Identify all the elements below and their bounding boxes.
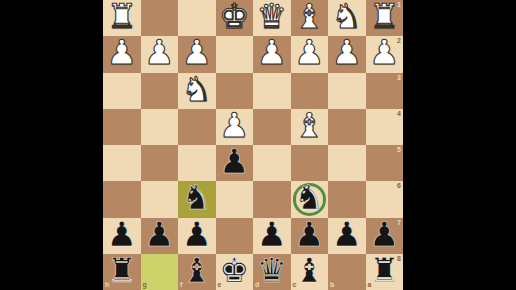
square-d5[interactable]: [253, 145, 291, 181]
square-b2[interactable]: ♟: [328, 36, 366, 72]
square-e2[interactable]: [216, 36, 254, 72]
piece-white-pawn-d2[interactable]: ♟: [257, 36, 287, 69]
square-f6[interactable]: ♞: [178, 181, 216, 217]
square-e8[interactable]: ♚e: [216, 254, 254, 290]
square-h3[interactable]: [103, 73, 141, 109]
letterbox-right: [403, 0, 516, 290]
piece-black-pawn-d7[interactable]: ♟: [257, 218, 287, 251]
file-label-f: f: [180, 281, 182, 289]
square-g2[interactable]: ♟: [141, 36, 179, 72]
square-f4[interactable]: [178, 109, 216, 145]
square-h2[interactable]: ♟: [103, 36, 141, 72]
piece-black-bishop-f8[interactable]: ♝: [182, 254, 212, 287]
chess-board: ♜♚♛♝♞♜1♟♟♟♟♟♟♟2♞3♟♝4♟5♞♞6♟♟♟♟♟♟♟7♜hg♝f♚e…: [103, 0, 403, 290]
rank-label-6: 6: [397, 182, 401, 190]
square-e4[interactable]: ♟: [216, 109, 254, 145]
square-a1[interactable]: ♜1: [366, 0, 404, 36]
square-g5[interactable]: [141, 145, 179, 181]
square-a5[interactable]: 5: [366, 145, 404, 181]
square-a7[interactable]: ♟7: [366, 218, 404, 254]
square-b5[interactable]: [328, 145, 366, 181]
square-a8[interactable]: ♜8a: [366, 254, 404, 290]
square-c2[interactable]: ♟: [291, 36, 329, 72]
square-b7[interactable]: ♟: [328, 218, 366, 254]
file-label-e: e: [218, 281, 222, 289]
piece-white-knight-b1[interactable]: ♞: [332, 0, 362, 33]
square-b6[interactable]: [328, 181, 366, 217]
piece-black-rook-h8[interactable]: ♜: [107, 254, 137, 287]
piece-white-pawn-e4[interactable]: ♟: [219, 109, 249, 142]
rank-label-7: 7: [397, 219, 401, 227]
square-b1[interactable]: ♞: [328, 0, 366, 36]
file-label-c: c: [293, 281, 297, 289]
piece-white-pawn-f2[interactable]: ♟: [182, 36, 212, 69]
square-g7[interactable]: ♟: [141, 218, 179, 254]
piece-white-pawn-b2[interactable]: ♟: [332, 36, 362, 69]
square-e1[interactable]: ♚: [216, 0, 254, 36]
square-d4[interactable]: [253, 109, 291, 145]
square-f8[interactable]: ♝f: [178, 254, 216, 290]
square-f1[interactable]: [178, 0, 216, 36]
square-d6[interactable]: [253, 181, 291, 217]
square-d2[interactable]: ♟: [253, 36, 291, 72]
square-h5[interactable]: [103, 145, 141, 181]
piece-black-rook-a8[interactable]: ♜: [369, 254, 399, 287]
piece-black-bishop-c8[interactable]: ♝: [294, 254, 324, 287]
square-b3[interactable]: [328, 73, 366, 109]
piece-black-pawn-a7[interactable]: ♟: [369, 218, 399, 251]
piece-white-pawn-g2[interactable]: ♟: [144, 36, 174, 69]
square-a2[interactable]: ♟2: [366, 36, 404, 72]
square-e5[interactable]: ♟: [216, 145, 254, 181]
piece-black-knight-f6[interactable]: ♞: [182, 181, 212, 214]
piece-black-pawn-b7[interactable]: ♟: [332, 218, 362, 251]
square-h1[interactable]: ♜: [103, 0, 141, 36]
file-label-a: a: [368, 281, 372, 289]
piece-white-bishop-c1[interactable]: ♝: [294, 0, 324, 33]
square-g6[interactable]: [141, 181, 179, 217]
piece-white-rook-h1[interactable]: ♜: [107, 0, 137, 33]
square-c6[interactable]: ♞: [291, 181, 329, 217]
square-h4[interactable]: [103, 109, 141, 145]
file-label-b: b: [330, 281, 334, 289]
square-c7[interactable]: ♟: [291, 218, 329, 254]
piece-white-rook-a1[interactable]: ♜: [369, 0, 399, 33]
file-label-h: h: [105, 281, 109, 289]
piece-white-pawn-h2[interactable]: ♟: [107, 36, 137, 69]
square-c4[interactable]: ♝: [291, 109, 329, 145]
piece-black-pawn-c7[interactable]: ♟: [294, 218, 324, 251]
piece-black-knight-c6[interactable]: ♞: [294, 181, 324, 214]
square-g3[interactable]: [141, 73, 179, 109]
square-b4[interactable]: [328, 109, 366, 145]
piece-black-pawn-e5[interactable]: ♟: [219, 145, 249, 178]
square-g8[interactable]: g: [141, 254, 179, 290]
square-c3[interactable]: [291, 73, 329, 109]
piece-black-pawn-f7[interactable]: ♟: [182, 218, 212, 251]
square-h6[interactable]: [103, 181, 141, 217]
file-label-g: g: [143, 281, 147, 289]
piece-white-pawn-c2[interactable]: ♟: [294, 36, 324, 69]
piece-white-bishop-c4[interactable]: ♝: [294, 109, 324, 142]
square-f3[interactable]: ♞: [178, 73, 216, 109]
square-g1[interactable]: [141, 0, 179, 36]
square-a6[interactable]: 6: [366, 181, 404, 217]
letterbox-left: [0, 0, 103, 290]
square-d7[interactable]: ♟: [253, 218, 291, 254]
square-h8[interactable]: ♜h: [103, 254, 141, 290]
square-f2[interactable]: ♟: [178, 36, 216, 72]
square-d1[interactable]: ♛: [253, 0, 291, 36]
square-a4[interactable]: 4: [366, 109, 404, 145]
square-d8[interactable]: ♛d: [253, 254, 291, 290]
square-f7[interactable]: ♟: [178, 218, 216, 254]
rank-label-8: 8: [397, 255, 401, 263]
square-g4[interactable]: [141, 109, 179, 145]
square-c1[interactable]: ♝: [291, 0, 329, 36]
piece-white-queen-d1[interactable]: ♛: [257, 0, 287, 33]
rank-label-4: 4: [397, 110, 401, 118]
square-f5[interactable]: [178, 145, 216, 181]
square-e7[interactable]: [216, 218, 254, 254]
piece-black-king-e8[interactable]: ♚: [219, 254, 249, 287]
video-frame: ♜♚♛♝♞♜1♟♟♟♟♟♟♟2♞3♟♝4♟5♞♞6♟♟♟♟♟♟♟7♜hg♝f♚e…: [0, 0, 516, 290]
square-c8[interactable]: ♝c: [291, 254, 329, 290]
rank-label-2: 2: [397, 37, 401, 45]
piece-white-king-e1[interactable]: ♚: [219, 0, 249, 33]
rank-label-5: 5: [397, 146, 401, 154]
square-d3[interactable]: [253, 73, 291, 109]
piece-black-queen-d8[interactable]: ♛: [257, 254, 287, 287]
piece-white-pawn-a2[interactable]: ♟: [369, 36, 399, 69]
piece-black-pawn-h7[interactable]: ♟: [107, 218, 137, 251]
square-a3[interactable]: 3: [366, 73, 404, 109]
square-e6[interactable]: [216, 181, 254, 217]
square-e3[interactable]: [216, 73, 254, 109]
square-h7[interactable]: ♟: [103, 218, 141, 254]
piece-white-knight-f3[interactable]: ♞: [182, 73, 212, 106]
square-c5[interactable]: [291, 145, 329, 181]
rank-label-3: 3: [397, 74, 401, 82]
file-label-d: d: [255, 281, 259, 289]
square-b8[interactable]: b: [328, 254, 366, 290]
piece-black-pawn-g7[interactable]: ♟: [144, 218, 174, 251]
rank-label-1: 1: [397, 1, 401, 9]
